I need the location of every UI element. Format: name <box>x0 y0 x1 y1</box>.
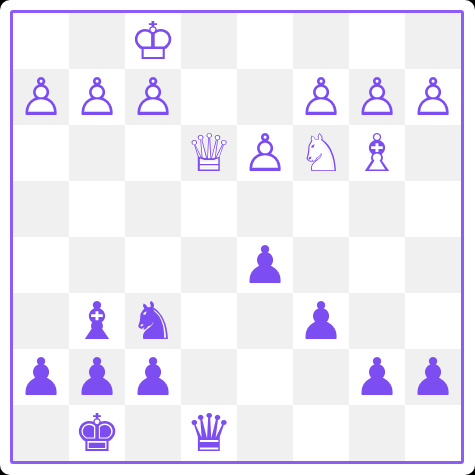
white-pawn-fill: ♟ <box>127 71 180 124</box>
square-e2[interactable] <box>237 349 293 405</box>
black-bishop-piece: ♝ <box>69 293 125 349</box>
white-pawn-fill: ♟ <box>71 71 124 124</box>
white-pawn-fill: ♟ <box>239 127 292 180</box>
black-pawn-piece: ♟ <box>125 349 181 405</box>
square-h3[interactable] <box>405 293 461 349</box>
square-b1[interactable]: ♚ <box>69 405 125 461</box>
square-e4[interactable]: ♟ <box>237 237 293 293</box>
square-h5[interactable] <box>405 181 461 237</box>
square-f5[interactable] <box>293 181 349 237</box>
square-c5[interactable] <box>125 181 181 237</box>
white-pawn-piece: ♙ <box>69 69 125 125</box>
square-g1[interactable] <box>349 405 405 461</box>
white-pawn-fill: ♟ <box>351 71 404 124</box>
square-b2[interactable]: ♟ <box>69 349 125 405</box>
white-king-piece: ♔ <box>125 13 181 69</box>
square-h2[interactable]: ♟ <box>405 349 461 405</box>
white-queen-piece: ♕ <box>181 125 237 181</box>
white-pawn-piece: ♙ <box>349 69 405 125</box>
square-h4[interactable] <box>405 237 461 293</box>
square-b8[interactable] <box>69 13 125 69</box>
white-pawn-piece: ♙ <box>125 69 181 125</box>
black-queen-piece: ♛ <box>181 405 237 461</box>
square-c4[interactable] <box>125 237 181 293</box>
square-c2[interactable]: ♟ <box>125 349 181 405</box>
square-d3[interactable] <box>181 293 237 349</box>
white-pawn-piece: ♙ <box>293 69 349 125</box>
square-f3[interactable]: ♟ <box>293 293 349 349</box>
square-e5[interactable] <box>237 181 293 237</box>
square-c6[interactable] <box>125 125 181 181</box>
square-d1[interactable]: ♛ <box>181 405 237 461</box>
chess-board: ♚♔♟♙♟♙♟♙♟♙♟♙♟♙♛♕♟♙♞♘♝♗♟♝♞♟♟♟♟♟♟♚♛ <box>10 10 464 464</box>
square-b5[interactable] <box>69 181 125 237</box>
square-f4[interactable] <box>293 237 349 293</box>
square-c7[interactable]: ♟♙ <box>125 69 181 125</box>
square-g8[interactable] <box>349 13 405 69</box>
square-g6[interactable]: ♝♗ <box>349 125 405 181</box>
square-a6[interactable] <box>13 125 69 181</box>
square-g3[interactable] <box>349 293 405 349</box>
white-queen-fill: ♛ <box>183 127 236 180</box>
square-c3[interactable]: ♞ <box>125 293 181 349</box>
white-pawn-piece: ♙ <box>13 69 69 125</box>
white-pawn-piece: ♙ <box>237 125 293 181</box>
square-a5[interactable] <box>13 181 69 237</box>
square-h6[interactable] <box>405 125 461 181</box>
square-f8[interactable] <box>293 13 349 69</box>
white-pawn-fill: ♟ <box>15 71 68 124</box>
square-a4[interactable] <box>13 237 69 293</box>
square-c1[interactable] <box>125 405 181 461</box>
black-pawn-piece: ♟ <box>13 349 69 405</box>
black-pawn-piece: ♟ <box>69 349 125 405</box>
square-f1[interactable] <box>293 405 349 461</box>
square-e8[interactable] <box>237 13 293 69</box>
square-h7[interactable]: ♟♙ <box>405 69 461 125</box>
square-f6[interactable]: ♞♘ <box>293 125 349 181</box>
square-e1[interactable] <box>237 405 293 461</box>
square-a1[interactable] <box>13 405 69 461</box>
square-g2[interactable]: ♟ <box>349 349 405 405</box>
black-pawn-piece: ♟ <box>405 349 461 405</box>
white-knight-fill: ♞ <box>295 127 348 180</box>
square-d8[interactable] <box>181 13 237 69</box>
square-d2[interactable] <box>181 349 237 405</box>
square-d5[interactable] <box>181 181 237 237</box>
square-a3[interactable] <box>13 293 69 349</box>
square-a2[interactable]: ♟ <box>13 349 69 405</box>
square-g4[interactable] <box>349 237 405 293</box>
black-pawn-piece: ♟ <box>237 237 293 293</box>
page-background: ♚♔♟♙♟♙♟♙♟♙♟♙♟♙♛♕♟♙♞♘♝♗♟♝♞♟♟♟♟♟♟♚♛ <box>0 0 475 475</box>
square-b7[interactable]: ♟♙ <box>69 69 125 125</box>
black-knight-piece: ♞ <box>125 293 181 349</box>
white-pawn-piece: ♙ <box>405 69 461 125</box>
white-bishop-fill: ♝ <box>351 127 404 180</box>
square-d4[interactable] <box>181 237 237 293</box>
square-g7[interactable]: ♟♙ <box>349 69 405 125</box>
square-f2[interactable] <box>293 349 349 405</box>
square-b3[interactable]: ♝ <box>69 293 125 349</box>
square-e6[interactable]: ♟♙ <box>237 125 293 181</box>
white-pawn-fill: ♟ <box>407 71 460 124</box>
square-d6[interactable]: ♛♕ <box>181 125 237 181</box>
black-pawn-piece: ♟ <box>349 349 405 405</box>
white-pawn-fill: ♟ <box>295 71 348 124</box>
square-b6[interactable] <box>69 125 125 181</box>
square-c8[interactable]: ♚♔ <box>125 13 181 69</box>
square-f7[interactable]: ♟♙ <box>293 69 349 125</box>
square-h8[interactable] <box>405 13 461 69</box>
black-pawn-piece: ♟ <box>293 293 349 349</box>
black-king-piece: ♚ <box>69 405 125 461</box>
square-e7[interactable] <box>237 69 293 125</box>
white-bishop-piece: ♗ <box>349 125 405 181</box>
square-e3[interactable] <box>237 293 293 349</box>
square-b4[interactable] <box>69 237 125 293</box>
white-king-fill: ♚ <box>127 15 180 68</box>
square-h1[interactable] <box>405 405 461 461</box>
square-g5[interactable] <box>349 181 405 237</box>
square-a8[interactable] <box>13 13 69 69</box>
square-d7[interactable] <box>181 69 237 125</box>
white-knight-piece: ♘ <box>293 125 349 181</box>
square-a7[interactable]: ♟♙ <box>13 69 69 125</box>
